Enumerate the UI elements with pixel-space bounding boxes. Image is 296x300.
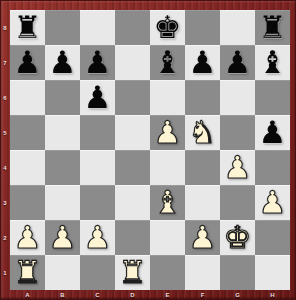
square-b1[interactable]	[45, 255, 80, 290]
square-a5[interactable]	[10, 115, 45, 150]
piece-black-rook-a8[interactable]: ♜	[14, 10, 42, 45]
square-b7[interactable]: ♟	[45, 45, 80, 80]
piece-white-pawn-g4[interactable]: ♟	[224, 150, 252, 185]
square-f7[interactable]: ♟	[185, 45, 220, 80]
piece-white-pawn-f2[interactable]: ♟	[189, 220, 217, 255]
square-c3[interactable]	[80, 185, 115, 220]
file-label-h: H	[255, 290, 290, 300]
piece-black-pawn-c7[interactable]: ♟	[84, 45, 112, 80]
square-a2[interactable]: ♟	[10, 220, 45, 255]
piece-white-knight-f5[interactable]: ♞	[189, 115, 217, 150]
square-c6[interactable]: ♟	[80, 80, 115, 115]
square-d8[interactable]	[115, 10, 150, 45]
square-b6[interactable]	[45, 80, 80, 115]
square-g8[interactable]	[220, 10, 255, 45]
square-d1[interactable]: ♜	[115, 255, 150, 290]
square-c5[interactable]	[80, 115, 115, 150]
square-b4[interactable]	[45, 150, 80, 185]
square-f3[interactable]	[185, 185, 220, 220]
square-g3[interactable]	[220, 185, 255, 220]
chess-board: ♜♚♜♟♟♟♝♟♟♝♟♟♞♟♟♝♟♟♟♟♟♚♜♜	[10, 10, 290, 290]
square-c7[interactable]: ♟	[80, 45, 115, 80]
rank-label-1: 1	[0, 255, 10, 290]
square-e7[interactable]: ♝	[150, 45, 185, 80]
file-label-e: E	[150, 290, 185, 300]
file-label-g: G	[220, 290, 255, 300]
square-c1[interactable]	[80, 255, 115, 290]
piece-white-pawn-a2[interactable]: ♟	[14, 220, 42, 255]
piece-white-bishop-e3[interactable]: ♝	[154, 185, 182, 220]
square-d7[interactable]	[115, 45, 150, 80]
square-h5[interactable]: ♟	[255, 115, 290, 150]
piece-black-bishop-h7[interactable]: ♝	[259, 45, 287, 80]
rank-label-8: 8	[0, 10, 10, 45]
square-e3[interactable]: ♝	[150, 185, 185, 220]
piece-black-pawn-b7[interactable]: ♟	[49, 45, 77, 80]
square-e2[interactable]	[150, 220, 185, 255]
square-g1[interactable]	[220, 255, 255, 290]
square-a4[interactable]	[10, 150, 45, 185]
square-h6[interactable]	[255, 80, 290, 115]
square-h2[interactable]	[255, 220, 290, 255]
rank-label-3: 3	[0, 185, 10, 220]
square-e8[interactable]: ♚	[150, 10, 185, 45]
square-d2[interactable]	[115, 220, 150, 255]
square-a3[interactable]	[10, 185, 45, 220]
square-g6[interactable]	[220, 80, 255, 115]
square-b2[interactable]: ♟	[45, 220, 80, 255]
square-f1[interactable]	[185, 255, 220, 290]
piece-white-rook-a1[interactable]: ♜	[14, 255, 42, 290]
square-h4[interactable]	[255, 150, 290, 185]
rank-label-6: 6	[0, 80, 10, 115]
square-c8[interactable]	[80, 10, 115, 45]
square-g4[interactable]: ♟	[220, 150, 255, 185]
square-d3[interactable]	[115, 185, 150, 220]
piece-black-pawn-h5[interactable]: ♟	[259, 115, 287, 150]
rank-labels: 87654321	[0, 10, 10, 290]
square-d4[interactable]	[115, 150, 150, 185]
square-b5[interactable]	[45, 115, 80, 150]
square-f2[interactable]: ♟	[185, 220, 220, 255]
rank-label-5: 5	[0, 115, 10, 150]
rank-label-4: 4	[0, 150, 10, 185]
square-e1[interactable]	[150, 255, 185, 290]
file-label-c: C	[80, 290, 115, 300]
rank-label-7: 7	[0, 45, 10, 80]
square-c2[interactable]: ♟	[80, 220, 115, 255]
square-c4[interactable]	[80, 150, 115, 185]
square-g2[interactable]: ♚	[220, 220, 255, 255]
square-h7[interactable]: ♝	[255, 45, 290, 80]
piece-black-pawn-g7[interactable]: ♟	[224, 45, 252, 80]
piece-black-king-e8[interactable]: ♚	[154, 10, 182, 45]
file-label-b: B	[45, 290, 80, 300]
piece-black-pawn-c6[interactable]: ♟	[84, 80, 112, 115]
square-h3[interactable]: ♟	[255, 185, 290, 220]
piece-black-bishop-e7[interactable]: ♝	[154, 45, 182, 80]
file-label-f: F	[185, 290, 220, 300]
piece-white-pawn-e5[interactable]: ♟	[154, 115, 182, 150]
file-labels: ABCDEFGH	[10, 290, 290, 300]
square-a8[interactable]: ♜	[10, 10, 45, 45]
square-a7[interactable]: ♟	[10, 45, 45, 80]
file-label-a: A	[10, 290, 45, 300]
square-e4[interactable]	[150, 150, 185, 185]
square-d5[interactable]	[115, 115, 150, 150]
square-g5[interactable]	[220, 115, 255, 150]
square-g7[interactable]: ♟	[220, 45, 255, 80]
square-b3[interactable]	[45, 185, 80, 220]
piece-white-pawn-c2[interactable]: ♟	[84, 220, 112, 255]
piece-white-pawn-b2[interactable]: ♟	[49, 220, 77, 255]
piece-black-rook-h8[interactable]: ♜	[259, 10, 287, 45]
square-f5[interactable]: ♞	[185, 115, 220, 150]
square-f6[interactable]	[185, 80, 220, 115]
square-d6[interactable]	[115, 80, 150, 115]
square-b8[interactable]	[45, 10, 80, 45]
square-a6[interactable]	[10, 80, 45, 115]
piece-white-pawn-h3[interactable]: ♟	[259, 185, 287, 220]
chess-app: 87654321 ABCDEFGH ♜♚♜♟♟♟♝♟♟♝♟♟♞♟♟♝♟♟♟♟♟♚…	[0, 0, 296, 300]
piece-white-rook-d1[interactable]: ♜	[119, 255, 147, 290]
square-f4[interactable]	[185, 150, 220, 185]
rank-label-2: 2	[0, 220, 10, 255]
piece-white-king-g2[interactable]: ♚	[224, 220, 252, 255]
square-h8[interactable]: ♜	[255, 10, 290, 45]
file-label-d: D	[115, 290, 150, 300]
square-e5[interactable]: ♟	[150, 115, 185, 150]
square-f8[interactable]	[185, 10, 220, 45]
square-e6[interactable]	[150, 80, 185, 115]
piece-black-pawn-a7[interactable]: ♟	[14, 45, 42, 80]
piece-black-pawn-f7[interactable]: ♟	[189, 45, 217, 80]
square-h1[interactable]	[255, 255, 290, 290]
square-a1[interactable]: ♜	[10, 255, 45, 290]
